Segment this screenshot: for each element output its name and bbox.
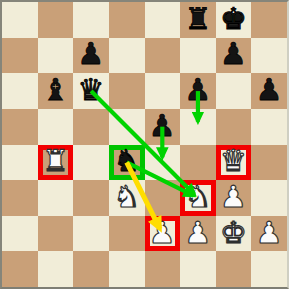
square-c3[interactable] [73,180,109,216]
square-e4[interactable] [145,145,181,181]
square-b3[interactable] [38,180,74,216]
square-g6[interactable] [216,73,252,109]
square-f1[interactable] [180,251,216,287]
square-b1[interactable] [38,251,74,287]
black-bishop-b6: ♝ [42,75,69,105]
square-g3[interactable]: ♟ [216,180,252,216]
square-d1[interactable] [109,251,145,287]
square-h8[interactable] [251,2,287,38]
square-e3[interactable] [145,180,181,216]
square-f8[interactable]: ♜ [180,2,216,38]
chess-board: ♜♚♟♟♝♛♟♟♟♜♞♛♞♞♟♟♟♚♟ [0,0,289,289]
square-h6[interactable]: ♟ [251,73,287,109]
square-a2[interactable] [2,216,38,252]
square-f5[interactable] [180,109,216,145]
square-f4[interactable] [180,145,216,181]
square-c2[interactable] [73,216,109,252]
square-b7[interactable] [38,38,74,74]
square-f7[interactable] [180,38,216,74]
white-rook-b4: ♜ [42,146,69,176]
square-c5[interactable] [73,109,109,145]
square-a5[interactable] [2,109,38,145]
white-pawn-h2: ♟ [256,218,283,248]
white-knight-f3: ♞ [184,182,211,212]
black-knight-d4: ♞ [113,146,140,176]
white-pawn-f2: ♟ [184,218,211,248]
white-queen-g4: ♛ [220,146,247,176]
black-queen-c6: ♛ [78,75,105,105]
square-f2[interactable]: ♟ [180,216,216,252]
black-rook-f8: ♜ [184,4,211,34]
square-e5[interactable]: ♟ [145,109,181,145]
square-d6[interactable] [109,73,145,109]
square-h7[interactable] [251,38,287,74]
square-a1[interactable] [2,251,38,287]
square-g2[interactable]: ♚ [216,216,252,252]
square-e8[interactable] [145,2,181,38]
square-h5[interactable] [251,109,287,145]
square-d5[interactable] [109,109,145,145]
square-a4[interactable] [2,145,38,181]
square-h4[interactable] [251,145,287,181]
square-a7[interactable] [2,38,38,74]
square-h1[interactable] [251,251,287,287]
square-b8[interactable] [38,2,74,38]
black-pawn-e5: ♟ [149,111,176,141]
square-a6[interactable] [2,73,38,109]
white-pawn-e2: ♟ [149,218,176,248]
black-pawn-h6: ♟ [256,75,283,105]
square-f3[interactable]: ♞ [180,180,216,216]
square-g7[interactable]: ♟ [216,38,252,74]
square-d2[interactable] [109,216,145,252]
square-g5[interactable] [216,109,252,145]
square-g1[interactable] [216,251,252,287]
square-e1[interactable] [145,251,181,287]
square-b6[interactable]: ♝ [38,73,74,109]
square-b4[interactable]: ♜ [38,145,74,181]
square-c4[interactable] [73,145,109,181]
square-d8[interactable] [109,2,145,38]
square-e6[interactable] [145,73,181,109]
square-c1[interactable] [73,251,109,287]
black-king-g8: ♚ [220,4,247,34]
square-a8[interactable] [2,2,38,38]
square-d4[interactable]: ♞ [109,145,145,181]
white-pawn-g3: ♟ [220,182,247,212]
black-pawn-f6: ♟ [184,75,211,105]
square-c7[interactable]: ♟ [73,38,109,74]
square-e7[interactable] [145,38,181,74]
square-g8[interactable]: ♚ [216,2,252,38]
square-f6[interactable]: ♟ [180,73,216,109]
square-e2[interactable]: ♟ [145,216,181,252]
square-h2[interactable]: ♟ [251,216,287,252]
white-knight-d3: ♞ [113,182,140,212]
square-b5[interactable] [38,109,74,145]
square-b2[interactable] [38,216,74,252]
square-h3[interactable] [251,180,287,216]
square-a3[interactable] [2,180,38,216]
black-pawn-c7: ♟ [78,39,105,69]
square-d3[interactable]: ♞ [109,180,145,216]
square-d7[interactable] [109,38,145,74]
white-king-g2: ♚ [220,218,247,248]
square-c8[interactable] [73,2,109,38]
square-c6[interactable]: ♛ [73,73,109,109]
square-g4[interactable]: ♛ [216,145,252,181]
black-pawn-g7: ♟ [220,39,247,69]
